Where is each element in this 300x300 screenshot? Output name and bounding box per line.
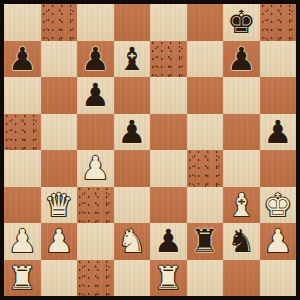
square-g4[interactable] — [223, 150, 260, 187]
square-f1[interactable] — [187, 260, 224, 297]
black-pawn[interactable]: ♟ — [81, 41, 110, 78]
square-g5[interactable] — [223, 114, 260, 151]
square-d3[interactable] — [114, 187, 151, 224]
square-h7[interactable] — [260, 41, 297, 78]
square-c4[interactable]: ♟ — [77, 150, 114, 187]
white-queen[interactable]: ♛ — [44, 187, 73, 224]
square-b6[interactable] — [41, 77, 78, 114]
white-bishop[interactable]: ♝ — [227, 187, 256, 224]
square-c1[interactable] — [77, 260, 114, 297]
square-f5[interactable] — [187, 114, 224, 151]
square-c5[interactable] — [77, 114, 114, 151]
square-b4[interactable] — [41, 150, 78, 187]
square-b2[interactable]: ♟ — [41, 223, 78, 260]
white-knight[interactable]: ♞ — [117, 223, 146, 260]
square-a5[interactable] — [4, 114, 41, 151]
square-e4[interactable] — [150, 150, 187, 187]
square-h1[interactable] — [260, 260, 297, 297]
black-pawn[interactable]: ♟ — [227, 41, 256, 78]
square-g3[interactable]: ♝ — [223, 187, 260, 224]
square-h3[interactable]: ♚ — [260, 187, 297, 224]
white-rook[interactable]: ♜ — [154, 260, 183, 297]
square-c8[interactable] — [77, 4, 114, 41]
black-pawn[interactable]: ♟ — [154, 223, 183, 260]
square-f7[interactable] — [187, 41, 224, 78]
square-a2[interactable]: ♟ — [4, 223, 41, 260]
square-a1[interactable]: ♜ — [4, 260, 41, 297]
square-c3[interactable] — [77, 187, 114, 224]
square-e8[interactable] — [150, 4, 187, 41]
square-d4[interactable] — [114, 150, 151, 187]
chess-board: ♚♟♟♝♟♟♟♟♟♛♝♚♟♟♞♟♜♞♟♜♜ — [0, 0, 300, 300]
black-pawn[interactable]: ♟ — [263, 114, 292, 151]
black-bishop[interactable]: ♝ — [117, 41, 146, 78]
square-h4[interactable] — [260, 150, 297, 187]
white-pawn[interactable]: ♟ — [263, 223, 292, 260]
square-h2[interactable]: ♟ — [260, 223, 297, 260]
square-h8[interactable] — [260, 4, 297, 41]
white-king[interactable]: ♚ — [263, 187, 292, 224]
square-a7[interactable]: ♟ — [4, 41, 41, 78]
square-b7[interactable] — [41, 41, 78, 78]
black-pawn[interactable]: ♟ — [8, 41, 37, 78]
square-e3[interactable] — [150, 187, 187, 224]
white-pawn[interactable]: ♟ — [81, 150, 110, 187]
square-a6[interactable] — [4, 77, 41, 114]
square-f8[interactable] — [187, 4, 224, 41]
square-d8[interactable] — [114, 4, 151, 41]
square-f2[interactable]: ♜ — [187, 223, 224, 260]
square-g6[interactable] — [223, 77, 260, 114]
black-pawn[interactable]: ♟ — [117, 114, 146, 151]
square-e1[interactable]: ♜ — [150, 260, 187, 297]
square-d7[interactable]: ♝ — [114, 41, 151, 78]
square-a3[interactable] — [4, 187, 41, 224]
square-c7[interactable]: ♟ — [77, 41, 114, 78]
square-f4[interactable] — [187, 150, 224, 187]
square-e5[interactable] — [150, 114, 187, 151]
black-rook[interactable]: ♜ — [190, 223, 219, 260]
square-g7[interactable]: ♟ — [223, 41, 260, 78]
square-c6[interactable]: ♟ — [77, 77, 114, 114]
square-d1[interactable] — [114, 260, 151, 297]
square-g8[interactable]: ♚ — [223, 4, 260, 41]
square-d2[interactable]: ♞ — [114, 223, 151, 260]
square-b1[interactable] — [41, 260, 78, 297]
white-rook[interactable]: ♜ — [8, 260, 37, 297]
square-g1[interactable] — [223, 260, 260, 297]
square-e6[interactable] — [150, 77, 187, 114]
chess-board-grid: ♚♟♟♝♟♟♟♟♟♛♝♚♟♟♞♟♜♞♟♜♜ — [4, 4, 296, 296]
square-d6[interactable] — [114, 77, 151, 114]
square-a8[interactable] — [4, 4, 41, 41]
black-pawn[interactable]: ♟ — [81, 77, 110, 114]
square-g2[interactable]: ♞ — [223, 223, 260, 260]
square-f3[interactable] — [187, 187, 224, 224]
white-pawn[interactable]: ♟ — [44, 223, 73, 260]
square-e2[interactable]: ♟ — [150, 223, 187, 260]
square-c2[interactable] — [77, 223, 114, 260]
square-b3[interactable]: ♛ — [41, 187, 78, 224]
square-h6[interactable] — [260, 77, 297, 114]
black-knight[interactable]: ♞ — [227, 223, 256, 260]
square-b8[interactable] — [41, 4, 78, 41]
white-pawn[interactable]: ♟ — [8, 223, 37, 260]
square-e7[interactable] — [150, 41, 187, 78]
square-d5[interactable]: ♟ — [114, 114, 151, 151]
square-a4[interactable] — [4, 150, 41, 187]
square-b5[interactable] — [41, 114, 78, 151]
square-f6[interactable] — [187, 77, 224, 114]
black-king[interactable]: ♚ — [227, 4, 256, 41]
square-h5[interactable]: ♟ — [260, 114, 297, 151]
